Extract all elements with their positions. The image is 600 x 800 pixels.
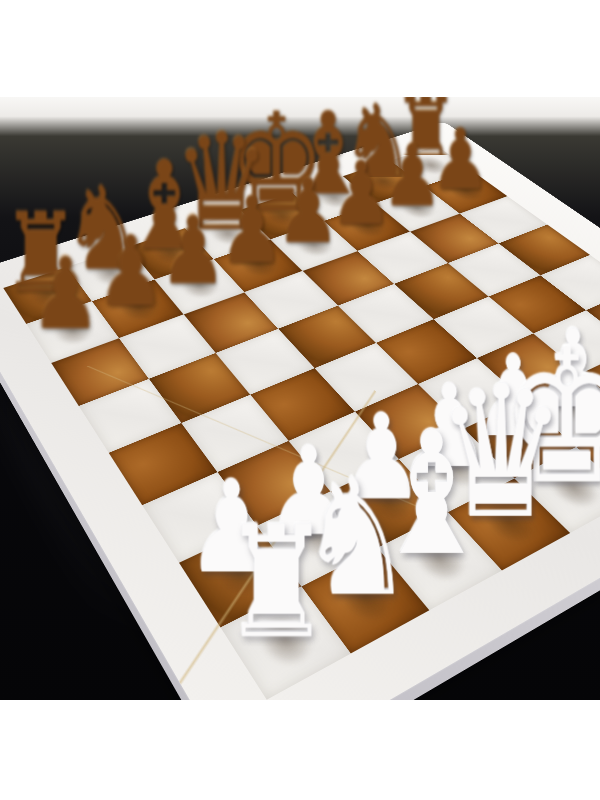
letterbox-bottom bbox=[0, 700, 600, 800]
board-grid: ♜♟♟♜♞♟♟♞♝♟♟♝♚♟♟♚♛♟♟♛♝♟♟♝♞♟♟♞♜♟♟♜ bbox=[3, 146, 600, 700]
black-pawn-glyph: ♟ bbox=[276, 167, 340, 256]
photo-area: ♜♟♟♜♞♟♟♞♝♟♟♝♚♟♟♚♛♟♟♛♝♟♟♝♞♟♟♞♜♟♟♜ bbox=[0, 97, 600, 700]
black-pawn-glyph: ♟ bbox=[219, 185, 284, 276]
black-pawn-glyph: ♟ bbox=[97, 223, 166, 319]
chess-board: ♜♟♟♜♞♟♟♞♝♟♟♝♚♟♟♚♛♟♟♛♝♟♟♝♞♟♟♞♜♟♟♜ bbox=[0, 121, 600, 700]
black-pawn-glyph: ♟ bbox=[160, 204, 227, 298]
screenshot-canvas: ♜♟♟♜♞♟♟♞♝♟♟♝♚♟♟♚♛♟♟♛♝♟♟♝♞♟♟♞♜♟♟♜ bbox=[0, 0, 600, 800]
black-pawn-glyph: ♟ bbox=[30, 244, 101, 343]
white-rook-glyph: ♜ bbox=[222, 506, 332, 660]
square-a1: ♜ bbox=[220, 586, 351, 700]
letterbox-top bbox=[0, 0, 600, 97]
